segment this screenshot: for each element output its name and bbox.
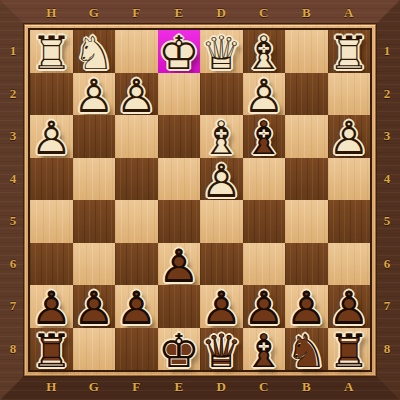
- square-d5[interactable]: [200, 200, 243, 243]
- square-c6[interactable]: [243, 243, 286, 286]
- square-c5[interactable]: [243, 200, 286, 243]
- white-rook[interactable]: ♜♖: [328, 30, 371, 73]
- square-c2[interactable]: ♟♙: [243, 73, 286, 116]
- square-f6[interactable]: [115, 243, 158, 286]
- square-h1[interactable]: ♜♖: [30, 30, 73, 73]
- square-d3[interactable]: ♝♗: [200, 115, 243, 158]
- piece-outline: ♙: [201, 158, 242, 204]
- piece-outline: ♔: [158, 328, 199, 374]
- white-pawn[interactable]: ♟♙: [243, 73, 286, 116]
- square-h7[interactable]: ♟♙: [30, 285, 73, 328]
- piece-outline: ♔: [158, 30, 199, 76]
- square-b7[interactable]: ♟♙: [285, 285, 328, 328]
- square-d1[interactable]: ♛♕: [200, 30, 243, 73]
- square-h2[interactable]: [30, 73, 73, 116]
- square-g2[interactable]: ♟♙: [73, 73, 116, 116]
- black-bishop[interactable]: ♝♗: [243, 328, 286, 371]
- square-e3[interactable]: [158, 115, 201, 158]
- piece-outline: ♕: [201, 30, 242, 76]
- square-e4[interactable]: [158, 158, 201, 201]
- square-a8[interactable]: ♜♖: [328, 328, 371, 371]
- square-a1[interactable]: ♜♖: [328, 30, 371, 73]
- piece-outline: ♙: [73, 73, 114, 119]
- square-a4[interactable]: [328, 158, 371, 201]
- square-c8[interactable]: ♝♗: [243, 328, 286, 371]
- square-g6[interactable]: [73, 243, 116, 286]
- piece-outline: ♙: [73, 285, 114, 331]
- square-e1[interactable]: ♚♔: [158, 30, 201, 73]
- square-b5[interactable]: [285, 200, 328, 243]
- square-b2[interactable]: [285, 73, 328, 116]
- piece-outline: ♘: [286, 328, 327, 374]
- square-g5[interactable]: [73, 200, 116, 243]
- square-c1[interactable]: ♝♗: [243, 30, 286, 73]
- square-g8[interactable]: [73, 328, 116, 371]
- square-c4[interactable]: [243, 158, 286, 201]
- piece-outline: ♗: [243, 328, 284, 374]
- black-rook[interactable]: ♜♖: [328, 328, 371, 371]
- square-d4[interactable]: ♟♙: [200, 158, 243, 201]
- black-king[interactable]: ♚♔: [158, 328, 201, 371]
- square-a5[interactable]: [328, 200, 371, 243]
- piece-outline: ♙: [328, 115, 369, 161]
- square-g3[interactable]: [73, 115, 116, 158]
- piece-outline: ♙: [116, 73, 157, 119]
- piece-outline: ♖: [31, 328, 72, 374]
- black-pawn[interactable]: ♟♙: [30, 285, 73, 328]
- black-knight[interactable]: ♞♘: [285, 328, 328, 371]
- square-d6[interactable]: [200, 243, 243, 286]
- square-f5[interactable]: [115, 200, 158, 243]
- white-pawn[interactable]: ♟♙: [328, 115, 371, 158]
- square-f4[interactable]: [115, 158, 158, 201]
- white-bishop[interactable]: ♝♗: [200, 115, 243, 158]
- square-h5[interactable]: [30, 200, 73, 243]
- black-bishop[interactable]: ♝♗: [243, 115, 286, 158]
- square-f8[interactable]: [115, 328, 158, 371]
- square-f2[interactable]: ♟♙: [115, 73, 158, 116]
- square-c3[interactable]: ♝♗: [243, 115, 286, 158]
- chess-board: ♜♖♞♘♚♔♛♕♝♗♜♖♟♙♟♙♟♙♟♙♝♗♝♗♟♙♟♙♟♙♟♙♟♙♟♙♟♙♟♙…: [30, 30, 370, 370]
- square-a2[interactable]: [328, 73, 371, 116]
- white-pawn[interactable]: ♟♙: [73, 73, 116, 116]
- white-queen[interactable]: ♛♕: [200, 30, 243, 73]
- white-pawn[interactable]: ♟♙: [115, 73, 158, 116]
- square-d8[interactable]: ♛♕: [200, 328, 243, 371]
- square-a3[interactable]: ♟♙: [328, 115, 371, 158]
- square-h8[interactable]: ♜♖: [30, 328, 73, 371]
- black-pawn[interactable]: ♟♙: [158, 243, 201, 286]
- white-rook[interactable]: ♜♖: [30, 30, 73, 73]
- piece-outline: ♖: [31, 30, 72, 76]
- white-pawn[interactable]: ♟♙: [30, 115, 73, 158]
- square-h6[interactable]: [30, 243, 73, 286]
- square-b8[interactable]: ♞♘: [285, 328, 328, 371]
- square-a7[interactable]: ♟♙: [328, 285, 371, 328]
- black-rook[interactable]: ♜♖: [30, 328, 73, 371]
- black-pawn[interactable]: ♟♙: [285, 285, 328, 328]
- black-pawn[interactable]: ♟♙: [243, 285, 286, 328]
- white-bishop[interactable]: ♝♗: [243, 30, 286, 73]
- black-pawn[interactable]: ♟♙: [73, 285, 116, 328]
- square-b1[interactable]: [285, 30, 328, 73]
- white-knight[interactable]: ♞♘: [73, 30, 116, 73]
- piece-outline: ♖: [328, 328, 369, 374]
- piece-outline: ♗: [243, 115, 284, 161]
- white-pawn[interactable]: ♟♙: [200, 158, 243, 201]
- piece-outline: ♖: [328, 30, 369, 76]
- square-a6[interactable]: [328, 243, 371, 286]
- black-pawn[interactable]: ♟♙: [328, 285, 371, 328]
- piece-outline: ♙: [116, 285, 157, 331]
- piece-outline: ♙: [158, 243, 199, 289]
- square-g1[interactable]: ♞♘: [73, 30, 116, 73]
- black-pawn[interactable]: ♟♙: [115, 285, 158, 328]
- square-g7[interactable]: ♟♙: [73, 285, 116, 328]
- piece-outline: ♙: [31, 115, 72, 161]
- square-d7[interactable]: ♟♙: [200, 285, 243, 328]
- square-b4[interactable]: [285, 158, 328, 201]
- square-e6[interactable]: ♟♙: [158, 243, 201, 286]
- square-g4[interactable]: [73, 158, 116, 201]
- square-e5[interactable]: [158, 200, 201, 243]
- piece-outline: ♕: [201, 328, 242, 374]
- chess-app-window: ♜♖♞♘♚♔♛♕♝♗♜♖♟♙♟♙♟♙♟♙♝♗♝♗♟♙♟♙♟♙♟♙♟♙♟♙♟♙♟♙…: [0, 0, 400, 400]
- square-c7[interactable]: ♟♙: [243, 285, 286, 328]
- square-h4[interactable]: [30, 158, 73, 201]
- black-queen[interactable]: ♛♕: [200, 328, 243, 371]
- square-d2[interactable]: [200, 73, 243, 116]
- square-h3[interactable]: ♟♙: [30, 115, 73, 158]
- square-f3[interactable]: [115, 115, 158, 158]
- square-f1[interactable]: [115, 30, 158, 73]
- black-pawn[interactable]: ♟♙: [200, 285, 243, 328]
- square-e7[interactable]: [158, 285, 201, 328]
- square-b6[interactable]: [285, 243, 328, 286]
- white-king[interactable]: ♚♔: [158, 30, 201, 73]
- square-e2[interactable]: [158, 73, 201, 116]
- square-e8[interactable]: ♚♔: [158, 328, 201, 371]
- square-b3[interactable]: [285, 115, 328, 158]
- square-f7[interactable]: ♟♙: [115, 285, 158, 328]
